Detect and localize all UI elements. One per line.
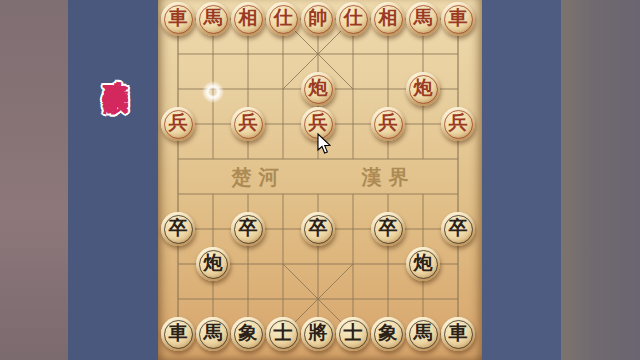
piece-black-chariot[interactable]: 車 (161, 317, 195, 351)
piece-label: 炮 (414, 250, 433, 276)
piece-red-cannon[interactable]: 炮 (406, 72, 440, 106)
piece-label: 車 (169, 320, 188, 346)
piece-red-pawn[interactable]: 兵 (161, 107, 195, 141)
piece-red-horse[interactable]: 馬 (406, 2, 440, 36)
piece-label: 車 (449, 5, 468, 31)
piece-black-elephant[interactable]: 象 (231, 317, 265, 351)
piece-red-chariot[interactable]: 車 (441, 2, 475, 36)
screenshot-stage: 攻破先手牛头滚教学 楚河 漢界 車馬相仕帥仕相馬車炮炮兵兵兵兵兵卒卒卒卒卒炮炮車… (0, 0, 640, 360)
banner-title: 攻破先手牛头滚教学 (96, 60, 130, 318)
piece-label: 卒 (169, 215, 188, 241)
piece-label: 炮 (414, 75, 433, 101)
piece-label: 馬 (204, 320, 223, 346)
piece-label: 炮 (309, 75, 328, 101)
xiangqi-board[interactable]: 楚河 漢界 車馬相仕帥仕相馬車炮炮兵兵兵兵兵卒卒卒卒卒炮炮車馬象士將士象馬車 (158, 0, 482, 360)
piece-black-chariot[interactable]: 車 (441, 317, 475, 351)
piece-label: 卒 (449, 215, 468, 241)
piece-label: 仕 (344, 5, 363, 31)
river-label-right: 漢界 (355, 164, 416, 191)
piece-label: 士 (344, 320, 363, 346)
piece-red-pawn[interactable]: 兵 (231, 107, 265, 141)
left-background-strip (0, 0, 68, 360)
piece-black-pawn[interactable]: 卒 (371, 212, 405, 246)
piece-red-elephant[interactable]: 相 (371, 2, 405, 36)
river-label-left: 楚河 (225, 164, 286, 191)
piece-label: 兵 (379, 110, 398, 136)
piece-red-advisor[interactable]: 仕 (266, 2, 300, 36)
piece-red-chariot[interactable]: 車 (161, 2, 195, 36)
piece-red-cannon[interactable]: 炮 (301, 72, 335, 106)
piece-label: 車 (449, 320, 468, 346)
piece-label: 馬 (414, 320, 433, 346)
piece-black-horse[interactable]: 馬 (406, 317, 440, 351)
piece-red-horse[interactable]: 馬 (196, 2, 230, 36)
piece-label: 兵 (169, 110, 188, 136)
piece-label: 馬 (414, 5, 433, 31)
piece-label: 卒 (379, 215, 398, 241)
right-blue-panel (482, 0, 561, 360)
piece-black-elephant[interactable]: 象 (371, 317, 405, 351)
right-background-strip (561, 0, 640, 360)
piece-black-pawn[interactable]: 卒 (301, 212, 335, 246)
piece-label: 將 (309, 320, 328, 346)
piece-black-pawn[interactable]: 卒 (161, 212, 195, 246)
piece-label: 相 (379, 5, 398, 31)
board-grid (158, 0, 482, 360)
piece-black-cannon[interactable]: 炮 (196, 247, 230, 281)
piece-red-advisor[interactable]: 仕 (336, 2, 370, 36)
piece-black-cannon[interactable]: 炮 (406, 247, 440, 281)
mouse-cursor-icon (317, 133, 331, 154)
piece-label: 象 (379, 320, 398, 346)
piece-label: 士 (274, 320, 293, 346)
piece-black-pawn[interactable]: 卒 (231, 212, 265, 246)
piece-red-pawn[interactable]: 兵 (441, 107, 475, 141)
piece-label: 車 (169, 5, 188, 31)
piece-red-pawn[interactable]: 兵 (371, 107, 405, 141)
piece-black-pawn[interactable]: 卒 (441, 212, 475, 246)
piece-black-advisor[interactable]: 士 (266, 317, 300, 351)
piece-label: 帥 (309, 5, 328, 31)
piece-black-general[interactable]: 將 (301, 317, 335, 351)
piece-label: 卒 (239, 215, 258, 241)
piece-label: 炮 (204, 250, 223, 276)
piece-black-horse[interactable]: 馬 (196, 317, 230, 351)
piece-label: 馬 (204, 5, 223, 31)
piece-label: 兵 (449, 110, 468, 136)
piece-red-general[interactable]: 帥 (301, 2, 335, 36)
piece-red-elephant[interactable]: 相 (231, 2, 265, 36)
piece-black-advisor[interactable]: 士 (336, 317, 370, 351)
piece-label: 象 (239, 320, 258, 346)
piece-label: 卒 (309, 215, 328, 241)
last-move-sparkle-icon (202, 81, 224, 103)
piece-label: 兵 (239, 110, 258, 136)
piece-label: 相 (239, 5, 258, 31)
piece-label: 仕 (274, 5, 293, 31)
